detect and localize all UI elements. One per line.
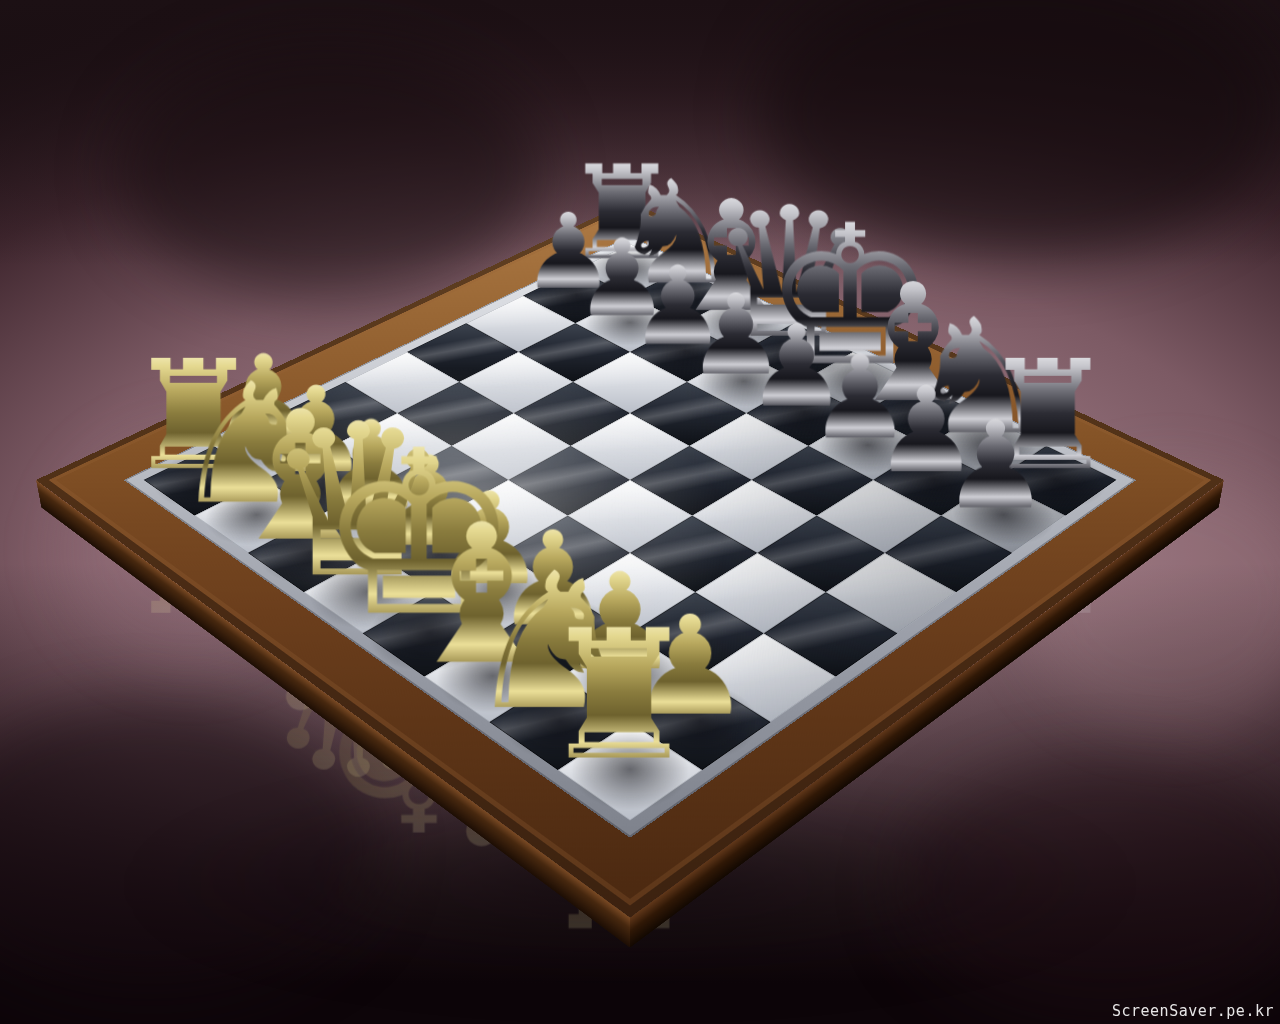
piece-white-rook-h1[interactable]: ♜♜ (558, 722, 703, 821)
piece-glyph: ♜ (464, 613, 774, 778)
piece-black-pawn-h7[interactable]: ♟♟ (941, 480, 1065, 553)
watermark-text: ScreenSaver.pe.kr (1112, 1002, 1274, 1020)
pieces-layer: ♜♜♞♞♝♝♛♛♚♚♝♝♞♞♜♜♟♟♟♟♟♟♟♟♟♟♟♟♟♟♟♟♟♟♟♟♟♟♟♟… (36, 201, 1224, 917)
wallpaper-scene: ♜♜♞♞♝♝♛♛♚♚♝♝♞♞♜♜♟♟♟♟♟♟♟♟♟♟♟♟♟♟♟♟♟♟♟♟♟♟♟♟… (0, 0, 1280, 1024)
chess-board: ♜♜♞♞♝♝♛♛♚♚♝♝♞♞♜♜♟♟♟♟♟♟♟♟♟♟♟♟♟♟♟♟♟♟♟♟♟♟♟♟… (36, 201, 1224, 917)
wooden-frame: ♜♜♞♞♝♝♛♛♚♚♝♝♞♞♜♜♟♟♟♟♟♟♟♟♟♟♟♟♟♟♟♟♟♟♟♟♟♟♟♟… (36, 201, 1224, 917)
piece-glyph: ♟ (862, 410, 1129, 521)
